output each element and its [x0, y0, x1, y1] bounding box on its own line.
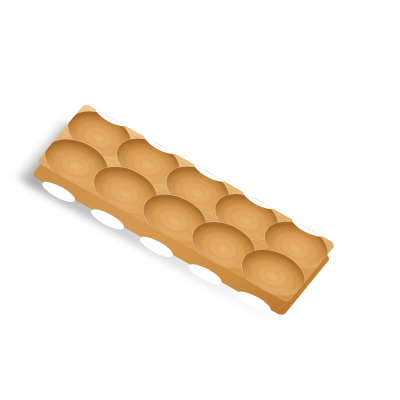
product-photo-stage [0, 0, 400, 400]
